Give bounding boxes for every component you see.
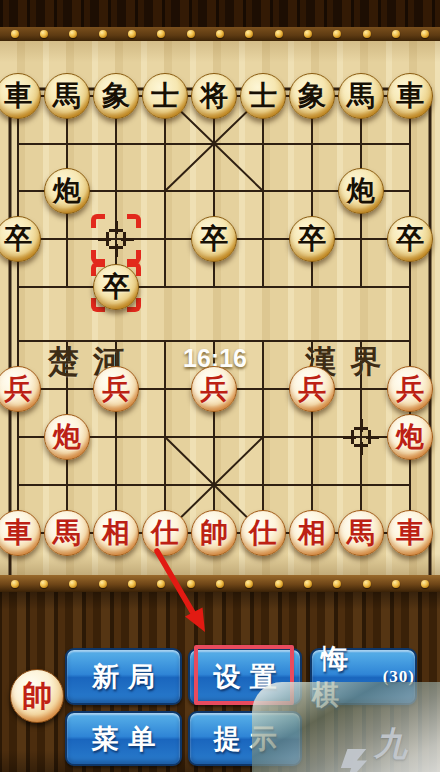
piece-i8[interactable]: 炮 (387, 414, 433, 460)
stud-rivet (363, 580, 371, 588)
piece-e4[interactable]: 卒 (191, 216, 237, 262)
crosshair-segment (109, 246, 123, 249)
crosshair-segment (109, 229, 123, 232)
stud-rivet (187, 30, 195, 38)
piece-b10[interactable]: 馬 (44, 510, 90, 556)
stud-rivet (99, 30, 107, 38)
crosshair-segment (368, 430, 371, 444)
stud-rivet (245, 30, 253, 38)
stud-rivet (216, 30, 224, 38)
stud-rivet (11, 30, 19, 38)
piece-h3[interactable]: 炮 (338, 168, 384, 214)
board-frame-top (0, 0, 440, 28)
crosshair-segment (115, 221, 118, 234)
piece-h10[interactable]: 馬 (338, 510, 384, 556)
piece-c10[interactable]: 相 (93, 510, 139, 556)
stud-rivet (392, 580, 400, 588)
menu-label: 菜单 (83, 721, 164, 757)
piece-g10[interactable]: 相 (289, 510, 335, 556)
watermark-text: 九游 (374, 722, 440, 772)
piece-e1[interactable]: 将 (191, 73, 237, 119)
new-game-label: 新局 (83, 659, 164, 695)
stud-rivet (99, 580, 107, 588)
piece-h1[interactable]: 馬 (338, 73, 384, 119)
stud-rivet (40, 580, 48, 588)
piece-e7[interactable]: 兵 (191, 366, 237, 412)
crosshair-segment (354, 427, 368, 430)
piece-f10[interactable]: 仕 (240, 510, 286, 556)
board-grid (0, 41, 440, 575)
piece-c1[interactable]: 象 (93, 73, 139, 119)
crosshair-segment (351, 430, 354, 444)
piece-c7[interactable]: 兵 (93, 366, 139, 412)
stud-rivet (421, 580, 429, 588)
stud-rivet (128, 580, 136, 588)
jiuyou-logo-icon (338, 746, 370, 772)
stud-rivet (275, 30, 283, 38)
crosshair-segment (98, 238, 111, 241)
piece-d1[interactable]: 士 (142, 73, 188, 119)
piece-b3[interactable]: 炮 (44, 168, 90, 214)
stud-rivet (128, 30, 136, 38)
stud-rivet (333, 580, 341, 588)
grid-lines (18, 96, 410, 533)
crosshair-segment (106, 232, 109, 246)
xiangqi-board[interactable]: 楚河 16:16 漢界 車馬象士将士象馬車炮炮卒卒卒卒卒兵兵兵兵兵炮炮車馬相仕帥… (0, 41, 440, 575)
piece-c5[interactable]: 卒 (93, 264, 139, 310)
crosshair-segment (354, 444, 368, 447)
stud-rivet (40, 30, 48, 38)
crosshair-segment (360, 419, 363, 432)
stud-rivet (421, 30, 429, 38)
menu-button[interactable]: 菜单 (65, 711, 182, 766)
piece-g7[interactable]: 兵 (289, 366, 335, 412)
stud-rivet (275, 580, 283, 588)
from-square-crosshair-h8 (343, 419, 379, 455)
watermark: 九游 (338, 722, 440, 772)
piece-b1[interactable]: 馬 (44, 73, 90, 119)
stud-rivet (69, 580, 77, 588)
stud-rivet (304, 580, 312, 588)
piece-i10[interactable]: 車 (387, 510, 433, 556)
stud-rivet (304, 30, 312, 38)
piece-g1[interactable]: 象 (289, 73, 335, 119)
stud-rivet (69, 30, 77, 38)
tutorial-arrow (145, 540, 225, 640)
piece-f1[interactable]: 士 (240, 73, 286, 119)
stud-rivet (157, 30, 165, 38)
new-game-button[interactable]: 新局 (65, 648, 182, 705)
piece-i4[interactable]: 卒 (387, 216, 433, 262)
stud-row-top (0, 27, 440, 41)
stud-rivet (363, 30, 371, 38)
stud-rivet (11, 580, 19, 588)
crosshair-segment (123, 232, 126, 246)
piece-i7[interactable]: 兵 (387, 366, 433, 412)
piece-g4[interactable]: 卒 (289, 216, 335, 262)
piece-i1[interactable]: 車 (387, 73, 433, 119)
stud-rivet (333, 30, 341, 38)
piece-b8[interactable]: 炮 (44, 414, 90, 460)
stud-rivet (392, 30, 400, 38)
from-square-crosshair-c4 (98, 221, 134, 257)
xiangqi-app-screen: 楚河 16:16 漢界 車馬象士将士象馬車炮炮卒卒卒卒卒兵兵兵兵兵炮炮車馬相仕帥… (0, 0, 440, 772)
crosshair-segment (343, 436, 356, 439)
stud-rivet (245, 580, 253, 588)
player-avatar[interactable]: 帥 (10, 669, 64, 723)
